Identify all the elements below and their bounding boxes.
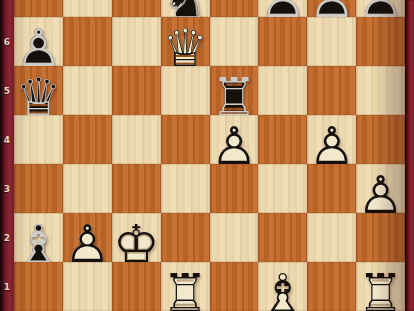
chessboard: ♞♘♟♙♟♙♟♙♟♙♛♕♛♕♜♖♟♙♟♙♟♙♝♗♟♙♚♔♜♖♝♗♜♖ bbox=[14, 0, 405, 311]
square-h5[interactable] bbox=[356, 66, 405, 115]
square-g7[interactable]: ♟♙ bbox=[307, 0, 356, 17]
square-h2[interactable] bbox=[356, 213, 405, 262]
square-f4[interactable] bbox=[258, 115, 307, 164]
square-c1[interactable] bbox=[112, 262, 161, 311]
rank-label-3: 3 bbox=[0, 183, 14, 195]
square-a4[interactable] bbox=[14, 115, 63, 164]
square-f3[interactable] bbox=[258, 164, 307, 213]
square-h3[interactable]: ♟♙ bbox=[356, 164, 405, 213]
square-d3[interactable] bbox=[161, 164, 210, 213]
square-g1[interactable] bbox=[307, 262, 356, 311]
white-rook-on-h1[interactable]: ♜♖ bbox=[356, 267, 405, 311]
square-d1[interactable]: ♜♖ bbox=[161, 262, 210, 311]
square-b6[interactable] bbox=[63, 17, 112, 66]
rank-label-6: 6 bbox=[0, 36, 14, 48]
square-g5[interactable] bbox=[307, 66, 356, 115]
rank-label-5: 5 bbox=[0, 85, 14, 97]
square-d4[interactable] bbox=[161, 115, 210, 164]
square-e2[interactable] bbox=[210, 213, 259, 262]
square-b2[interactable]: ♟♙ bbox=[63, 213, 112, 262]
square-a5[interactable]: ♛♕ bbox=[14, 66, 63, 115]
square-h7[interactable]: ♟♙ bbox=[356, 0, 405, 17]
white-bishop-on-f1[interactable]: ♝♗ bbox=[258, 267, 307, 311]
square-b7[interactable] bbox=[63, 0, 112, 17]
square-e1[interactable] bbox=[210, 262, 259, 311]
square-c3[interactable] bbox=[112, 164, 161, 213]
square-g6[interactable] bbox=[307, 17, 356, 66]
square-e5[interactable]: ♜♖ bbox=[210, 66, 259, 115]
square-h1[interactable]: ♜♖ bbox=[356, 262, 405, 311]
square-e6[interactable] bbox=[210, 17, 259, 66]
square-e4[interactable]: ♟♙ bbox=[210, 115, 259, 164]
square-a6[interactable]: ♟♙ bbox=[14, 17, 63, 66]
square-d7[interactable]: ♞♘ bbox=[161, 0, 210, 17]
square-g3[interactable] bbox=[307, 164, 356, 213]
square-f7[interactable]: ♟♙ bbox=[258, 0, 307, 17]
square-a3[interactable] bbox=[14, 164, 63, 213]
square-c5[interactable] bbox=[112, 66, 161, 115]
square-d5[interactable] bbox=[161, 66, 210, 115]
white-rook-on-d1[interactable]: ♜♖ bbox=[161, 267, 210, 311]
piece-outline-glyph: ♖ bbox=[356, 267, 405, 311]
piece-outline-glyph: ♖ bbox=[161, 267, 210, 311]
square-a2[interactable]: ♝♗ bbox=[14, 213, 63, 262]
square-c4[interactable] bbox=[112, 115, 161, 164]
square-f5[interactable] bbox=[258, 66, 307, 115]
square-c2[interactable]: ♚♔ bbox=[112, 213, 161, 262]
square-d2[interactable] bbox=[161, 213, 210, 262]
square-g2[interactable] bbox=[307, 213, 356, 262]
square-b3[interactable] bbox=[63, 164, 112, 213]
square-a7[interactable] bbox=[14, 0, 63, 17]
board-viewport: ♞♘♟♙♟♙♟♙♟♙♛♕♛♕♜♖♟♙♟♙♟♙♝♗♟♙♚♔♜♖♝♗♜♖ bbox=[14, 0, 405, 311]
piece-outline-glyph: ♗ bbox=[258, 267, 307, 311]
right-board-frame bbox=[405, 0, 414, 311]
square-e7[interactable] bbox=[210, 0, 259, 17]
square-f6[interactable] bbox=[258, 17, 307, 66]
rank-label-2: 2 bbox=[0, 232, 14, 244]
rank-label-1: 1 bbox=[0, 281, 14, 293]
chess-book-photo: ♞♘♟♙♟♙♟♙♟♙♛♕♛♕♜♖♟♙♟♙♟♙♝♗♟♙♚♔♜♖♝♗♜♖ 65432… bbox=[0, 0, 414, 311]
square-e3[interactable] bbox=[210, 164, 259, 213]
square-c6[interactable] bbox=[112, 17, 161, 66]
square-b5[interactable] bbox=[63, 66, 112, 115]
square-b1[interactable] bbox=[63, 262, 112, 311]
square-h4[interactable] bbox=[356, 115, 405, 164]
square-c7[interactable] bbox=[112, 0, 161, 17]
square-d6[interactable]: ♛♕ bbox=[161, 17, 210, 66]
square-h6[interactable] bbox=[356, 17, 405, 66]
rank-label-4: 4 bbox=[0, 134, 14, 146]
square-f1[interactable]: ♝♗ bbox=[258, 262, 307, 311]
square-f2[interactable] bbox=[258, 213, 307, 262]
square-a1[interactable] bbox=[14, 262, 63, 311]
square-g4[interactable]: ♟♙ bbox=[307, 115, 356, 164]
square-b4[interactable] bbox=[63, 115, 112, 164]
